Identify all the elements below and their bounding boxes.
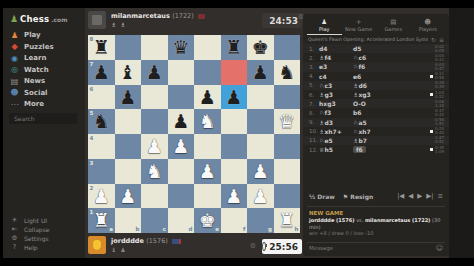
move-times: 0:030:47 [435,63,444,71]
white-move[interactable]: ♘e5 [319,137,353,144]
white-pawn-a2[interactable]: ♟ [88,184,115,209]
square-d2[interactable] [168,184,195,209]
logo-pawn-icon: ♟ [10,15,18,24]
file-label-d: d [189,226,193,232]
sidebar-item-help[interactable]: ?Help [10,242,38,252]
opening-row: Queen's Pawn Opening: Accelerated London… [308,36,444,43]
black-knight-h7[interactable]: ♞ [274,60,301,85]
square-f2[interactable]: ♟ [221,184,248,209]
nav-forward-button[interactable]: ▶ [417,192,422,200]
move-times: 0:581:51 [435,118,444,126]
black-king-g8[interactable]: ♚ [247,35,274,60]
black-move[interactable]: ♘xh7 [353,128,387,135]
nav-last-button[interactable]: ▶| [426,192,433,200]
bottom-player-captured-pieces: ♝ ♟ [111,246,127,253]
move-times: 0:020:05 [435,45,444,53]
move-times: 0:110:56 [430,72,444,80]
black-rook-f8[interactable]: ♜ [221,35,248,60]
square-a5[interactable]: 5♞ [88,109,115,134]
black-knight-a5[interactable]: ♞ [88,109,115,134]
chat-black-player: milanmarcetaus (1722) [365,217,431,223]
square-c6[interactable] [141,85,168,110]
square-c1[interactable]: c [141,208,168,233]
learn-icon: ◉ [10,54,19,63]
white-move[interactable]: hxg3 [319,100,353,107]
black-pawn-e6[interactable]: ♟ [194,85,221,110]
square-b6[interactable]: ♟ [115,85,142,110]
sidebar-item-more[interactable]: ⋯More [10,99,44,109]
white-queen-h5[interactable]: ♛ [274,109,301,134]
square-e7[interactable] [194,60,221,85]
white-move[interactable]: ♗d3 [319,119,353,126]
bottom-player-bar: jordddde (1576) ♝ ♟ ⚙ 25:56 [88,236,302,258]
bottom-player-rating: (1576) [146,237,168,245]
black-move[interactable]: b6 [353,109,387,116]
file-label-b: b [136,226,140,232]
tab-games[interactable]: ▤Games [376,17,411,35]
black-move[interactable]: ♗xg3 [353,91,387,98]
square-f7[interactable] [221,60,248,85]
square-e6[interactable]: ♟ [194,85,221,110]
rank-label-6: 6 [90,86,94,92]
square-f5[interactable] [221,109,248,134]
black-move[interactable]: ♗d6 [353,82,387,89]
square-e1[interactable]: e♚ [194,208,221,233]
white-knight-c3[interactable]: ♞ [141,159,168,184]
square-e2[interactable] [194,184,221,209]
avatar-placeholder-icon [92,15,102,25]
white-king-e1[interactable]: ♚ [194,208,221,233]
square-c7[interactable]: ♟ [141,60,168,85]
clock-icon [262,242,266,251]
sidebar-item-puzzles[interactable]: ◆Puzzles [10,42,54,52]
black-rook-a8[interactable]: ♜ [88,35,115,60]
black-move[interactable]: e6 [353,73,387,80]
watch-icon: ◎ [10,65,19,74]
move-times: 1:040:22 [430,91,444,99]
black-move[interactable]: ♗b7 [353,137,387,144]
top-player-avatar[interactable] [88,11,106,29]
square-g5[interactable] [247,109,274,134]
square-d7[interactable] [168,60,195,85]
move-times: 0:240:40 [430,127,444,135]
tab-play[interactable]: ♟Play [307,17,342,35]
move-times: 0:040:11 [435,54,444,62]
move-times: 0:370:42 [435,109,444,117]
square-d1[interactable]: d [168,208,195,233]
resign-button[interactable]: ⚑ Resign [343,193,373,200]
move-row-1: 1.d4d50:020:05 [303,44,449,53]
move-number: 4. [309,73,319,79]
square-e4[interactable] [194,134,221,159]
move-number: 11. [309,137,319,143]
move-row-2: 2.♗f4♘c60:040:11 [303,53,449,62]
chat-game-description: jordddde (1576) vs. milanmarcetaus (1722… [309,217,445,230]
bottom-player-flag-icon [172,239,181,244]
move-row-3: 3.e3♘f60:030:47 [303,62,449,71]
square-h7[interactable]: ♞ [274,60,301,85]
move-row-12: 12.♕h5f60:351:09 [303,145,449,154]
white-pawn-c4[interactable]: ♟ [141,134,168,159]
top-player-bar: milanmarcetaus (1722) ♗ ♗ 24:53 [88,11,302,33]
white-pawn-g3[interactable]: ♟ [247,159,274,184]
square-f6[interactable]: ♟ [221,85,248,110]
black-move[interactable]: ♘f6 [353,63,387,70]
flip-board-icon[interactable]: ↻ [431,36,436,43]
black-bishop-b7[interactable]: ♝ [115,60,142,85]
white-move[interactable]: ♗f4 [319,54,353,61]
black-pawn-g7[interactable]: ♟ [247,60,274,85]
new-game-icon: + [342,18,377,26]
black-move[interactable]: ♘a5 [353,119,387,126]
move-nav-buttons: |◀◀▶▶|≡ [397,192,443,200]
game-panel: ♟Play+New Game▤Games☻Players Queen's Paw… [303,14,449,256]
square-d5[interactable]: ♟ [168,109,195,134]
moves-menu-icon[interactable]: ≡ [439,36,444,43]
square-a2[interactable]: 2♟ [88,184,115,209]
black-move[interactable]: f6 [353,146,366,153]
square-g7[interactable]: ♟ [247,60,274,85]
black-pawn-a7[interactable]: ♟ [88,60,115,85]
move-number: 8. [309,110,319,116]
chesscom-app: ♟ Chess .com ♟Play◆Puzzles◉Learn◎Watch▤N… [3,8,474,258]
square-h1[interactable]: h♜ [274,208,301,233]
sidebar-item-learn[interactable]: ◉Learn [10,53,46,63]
square-b2[interactable]: ♟ [115,184,142,209]
move-number: 10. [309,128,319,134]
move-row-7: 7.hxg3O-O0:061:18 [303,99,449,108]
chat-message-row: Message ☺ [307,242,445,253]
black-move[interactable]: O-O [353,100,387,107]
flame-avatar-icon [93,240,101,250]
chat-new-game-header: NEW GAME [309,210,445,216]
move-number: 12. [309,147,319,153]
nav-back-button[interactable]: ◀ [408,192,413,200]
chat-message-input[interactable]: Message [307,245,436,251]
move-number: 2. [309,55,319,61]
square-d3[interactable] [168,159,195,184]
file-label-f: f [243,226,245,232]
search-input[interactable]: Search [9,113,77,124]
game-controls: ½ Draw ⚑ Resign |◀◀▶▶|≡ [309,192,443,200]
white-rook-a1[interactable]: ♜ [88,208,115,233]
emoji-smiley-icon[interactable]: ☺ [436,244,443,252]
chat-white-player: jordddde (1576) [309,217,355,223]
square-c4[interactable]: ♟ [141,134,168,159]
white-move[interactable]: ♘f3 [319,109,353,116]
move-number: 3. [309,64,319,70]
square-d6[interactable] [168,85,195,110]
logo-com: .com [51,16,67,23]
square-a7[interactable]: 7♟ [88,60,115,85]
square-a8[interactable]: 8♜ [88,35,115,60]
move-times: 0:351:09 [430,146,444,154]
square-b4[interactable] [115,134,142,159]
square-a1[interactable]: 1a♜ [88,208,115,233]
square-c5[interactable] [141,109,168,134]
players-icon: ☻ [411,18,446,26]
nav-first-button[interactable]: |◀ [397,192,404,200]
black-move[interactable]: ♘c6 [353,54,387,61]
square-g6[interactable] [247,85,274,110]
time-mark-icon [430,130,433,133]
white-move[interactable]: ♕h5 [319,146,353,153]
top-player-name[interactable]: milanmarcetaus (1722) [111,12,205,20]
move-number: 9. [309,119,319,125]
white-move[interactable]: e3 [319,63,353,70]
opening-name: Queen's Pawn Opening: Accelerated London… [308,37,428,42]
square-h6[interactable] [274,85,301,110]
top-player-flag-icon [198,14,205,19]
rank-label-3: 3 [90,160,94,166]
square-b1[interactable]: b [115,208,142,233]
white-pawn-b2[interactable]: ♟ [115,184,142,209]
sidebar-item-news[interactable]: ▤News [10,76,45,86]
move-number: 7. [309,101,319,107]
top-player-rating: (1722) [172,12,194,20]
square-g8[interactable]: ♚ [247,35,274,60]
move-row-5: 5.♘c3♗d60:280:39 [303,81,449,90]
black-pawn-c7[interactable]: ♟ [141,60,168,85]
time-mark-icon [430,75,433,78]
black-pawn-b6[interactable]: ♟ [115,85,142,110]
draw-button[interactable]: ½ Draw [309,193,335,200]
square-d4[interactable]: ♟ [168,134,195,159]
move-row-4: 4.c4e60:110:56 [303,72,449,81]
board-column: milanmarcetaus (1722) ♗ ♗ 24:53 ⚙ 8♜♛♜♚7… [85,8,305,258]
square-a4[interactable]: 4 [88,134,115,159]
panel-tabs: ♟Play+New Game▤Games☻Players [307,17,445,35]
move-list: 1.d4d50:020:052.♗f4♘c60:040:113.e3♘f60:0… [303,44,449,154]
move-times: 0:280:39 [435,81,444,89]
white-pawn-d4[interactable]: ♟ [168,134,195,159]
white-pawn-g2[interactable]: ♟ [247,184,274,209]
square-f4[interactable] [221,134,248,159]
file-label-g: g [268,226,272,232]
square-e5[interactable]: ♞ [194,109,221,134]
move-row-6: 6.♗g3♗xg31:040:22 [303,90,449,99]
white-pawn-f2[interactable]: ♟ [221,184,248,209]
top-player-clock: 24:53 [262,13,302,28]
sidebar-item-watch[interactable]: ◎Watch [10,65,49,75]
square-h5[interactable]: ♛ [274,109,301,134]
square-a3[interactable]: 3 [88,159,115,184]
nav-menu-button[interactable]: ≡ [438,192,443,200]
square-b7[interactable]: ♝ [115,60,142,85]
black-queen-d8[interactable]: ♛ [168,35,195,60]
time-mark-icon [430,93,433,96]
file-label-c: c [163,226,166,232]
square-a6[interactable]: 6 [88,85,115,110]
square-b3[interactable] [115,159,142,184]
move-times: 0:061:18 [435,100,444,108]
puzzles-icon: ◆ [10,42,19,51]
move-row-9: 9.♗d3♘a50:581:51 [303,118,449,127]
help-icon: ? [10,243,19,252]
square-c3[interactable]: ♞ [141,159,168,184]
square-g4[interactable] [247,134,274,159]
square-f1[interactable]: f [221,208,248,233]
tab-new-game[interactable]: +New Game [342,17,377,35]
white-move[interactable]: c4 [319,73,353,80]
move-number: 6. [309,92,319,98]
square-h3[interactable] [274,159,301,184]
sidebar-item-play[interactable]: ♟Play [10,30,41,40]
move-row-11: 11.♘e5♗b71:470:52 [303,136,449,145]
square-g3[interactable]: ♟ [247,159,274,184]
black-move[interactable]: d5 [353,45,387,52]
square-g1[interactable]: g [247,208,274,233]
time-mark-icon [430,148,433,151]
tab-players[interactable]: ☻Players [411,17,446,35]
chesscom-logo[interactable]: ♟ Chess .com [10,14,67,24]
square-e8[interactable] [194,35,221,60]
move-number: 5. [309,82,319,88]
square-b8[interactable] [115,35,142,60]
move-times: 1:470:52 [435,136,444,144]
rank-label-4: 4 [90,135,94,141]
square-h2[interactable] [274,184,301,209]
move-row-8: 8.♘f3b60:370:42 [303,108,449,117]
square-h4[interactable] [274,134,301,159]
white-move[interactable]: ♗xh7+ [319,128,353,135]
move-row-10: 10.♗xh7+♘xh70:240:40 [303,127,449,136]
square-h8[interactable] [274,35,301,60]
move-number: 1. [309,46,319,52]
square-c2[interactable] [141,184,168,209]
games-icon: ▤ [376,18,411,26]
top-player-captured-pieces: ♗ ♗ [111,21,127,28]
chat-rating-odds: win +8 / draw 0 / lose -10 [309,230,445,237]
black-pawn-f6[interactable]: ♟ [221,85,248,110]
square-d8[interactable]: ♛ [168,35,195,60]
sidebar: ♟ Chess .com ♟Play◆Puzzles◉Learn◎Watch▤N… [3,8,85,258]
white-move[interactable]: ♗g3 [319,91,353,98]
square-f3[interactable] [221,159,248,184]
white-knight-e5[interactable]: ♞ [194,109,221,134]
square-g2[interactable]: ♟ [247,184,274,209]
logo-word: Chess [20,14,49,24]
black-pawn-d5[interactable]: ♟ [168,109,195,134]
white-move[interactable]: d4 [319,45,353,52]
screenshot-stage: ♟ Chess .com ♟Play◆Puzzles◉Learn◎Watch▤N… [0,0,474,266]
square-b5[interactable] [115,109,142,134]
white-rook-h1[interactable]: ♜ [274,208,301,233]
play-icon: ♟ [10,31,19,40]
play-icon: ♟ [307,18,342,26]
white-move[interactable]: ♘c3 [319,82,353,89]
bottom-player-avatar[interactable] [88,236,106,254]
chess-board: 8♜♛♜♚7♟♝♟♟♞6♟♟♟5♞♟♞♛4♟♟3♞♟♟2♟♟♟♟1a♜bcde♚… [88,35,300,233]
sidebar-item-social[interactable]: ☻Social [10,88,48,98]
white-pawn-e3[interactable]: ♟ [194,159,221,184]
bottom-player-clock-active: 25:56 [262,239,302,254]
right-gutter [449,8,474,258]
square-e3[interactable]: ♟ [194,159,221,184]
clock-settings-gear-icon[interactable]: ⚙ [250,242,256,250]
square-f8[interactable]: ♜ [221,35,248,60]
social-icon: ☻ [10,88,19,97]
more-icon: ⋯ [10,100,19,109]
news-icon: ▤ [10,77,19,86]
bottom-player-name[interactable]: jordddde (1576) [111,237,181,245]
square-c8[interactable] [141,35,168,60]
